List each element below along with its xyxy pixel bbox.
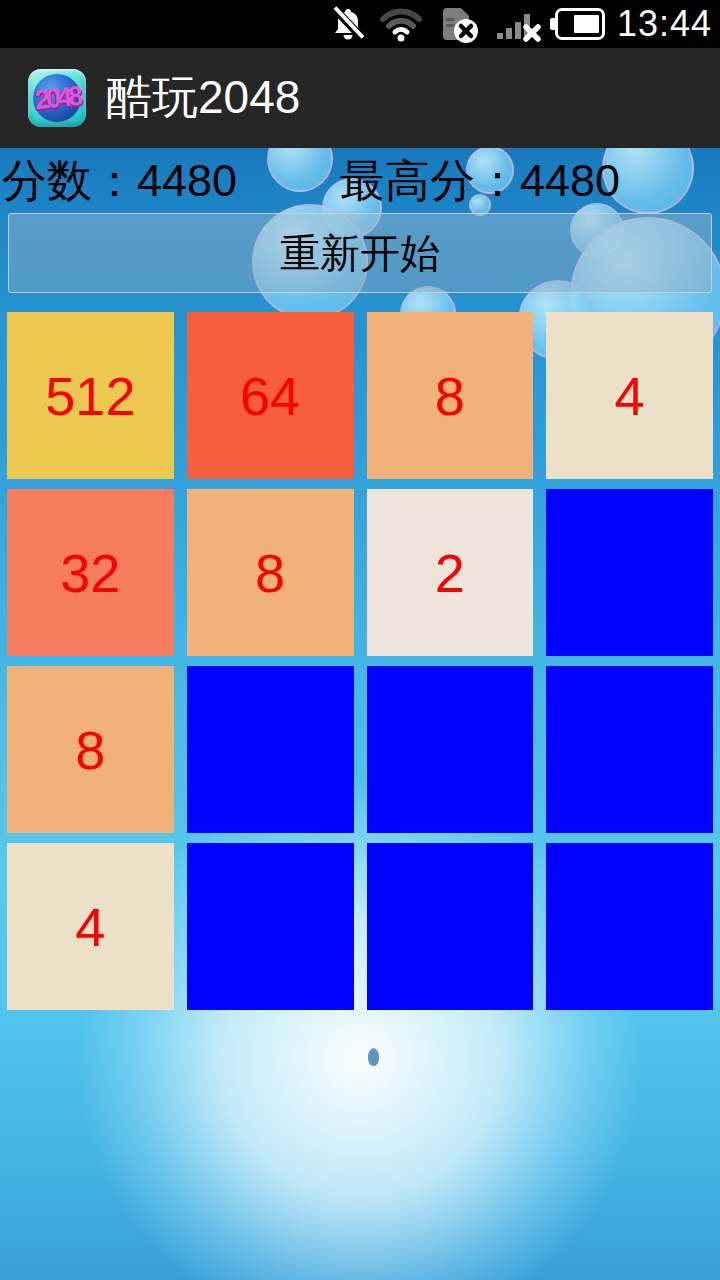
board-grid[interactable]: 5126484328284 — [7, 312, 713, 1010]
signal-no-service-icon — [495, 5, 541, 43]
empty-cell[interactable] — [367, 666, 534, 833]
tile-2[interactable]: 2 — [367, 489, 534, 656]
mute-bell-icon — [329, 5, 367, 43]
score-panel: 分数：4480 最高分：4480 — [0, 148, 720, 213]
wifi-icon — [379, 5, 423, 43]
tile-4[interactable]: 4 — [7, 843, 174, 1010]
tile-8[interactable]: 8 — [187, 489, 354, 656]
tile-512[interactable]: 512 — [7, 312, 174, 479]
tile-32[interactable]: 32 — [7, 489, 174, 656]
game-screen: 分数：4480 最高分：4480 重新开始 5126484328284 — [0, 148, 720, 1280]
restart-button[interactable]: 重新开始 — [8, 213, 712, 293]
tile-8[interactable]: 8 — [7, 666, 174, 833]
empty-cell[interactable] — [546, 843, 713, 1010]
title-bar: 2048 酷玩2048 — [0, 48, 720, 148]
app-title: 酷玩2048 — [106, 67, 300, 129]
empty-cell[interactable] — [546, 666, 713, 833]
clock-text: 13:44 — [617, 6, 712, 42]
empty-cell[interactable] — [187, 843, 354, 1010]
app-icon: 2048 — [28, 69, 86, 127]
battery-fill — [574, 15, 599, 33]
empty-cell[interactable] — [546, 489, 713, 656]
battery-nub — [550, 18, 555, 30]
sim-card-error-icon — [435, 4, 483, 44]
tile-8[interactable]: 8 — [367, 312, 534, 479]
app-icon-digits: 2048 — [25, 66, 89, 130]
best-score-value: 4480 — [520, 155, 620, 206]
battery-icon — [555, 8, 605, 40]
water-droplet — [368, 1048, 379, 1066]
empty-cell[interactable] — [367, 843, 534, 1010]
score-value: 4480 — [137, 155, 237, 206]
empty-cell[interactable] — [187, 666, 354, 833]
tile-4[interactable]: 4 — [546, 312, 713, 479]
status-bar[interactable]: 13:44 — [0, 0, 720, 48]
score-label: 分数：4480 — [2, 151, 237, 211]
tile-64[interactable]: 64 — [187, 312, 354, 479]
best-score-label: 最高分：4480 — [340, 151, 620, 211]
